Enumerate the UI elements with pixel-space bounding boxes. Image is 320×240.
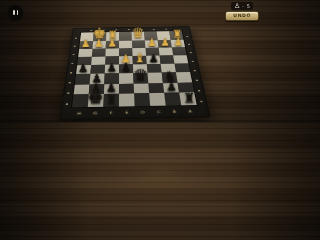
square-f3[interactable] xyxy=(105,48,119,56)
square-d2[interactable] xyxy=(132,40,145,48)
hud-right: ♙ - 5 UNDO xyxy=(225,2,259,21)
file-label-g: G xyxy=(87,111,103,116)
square-g4[interactable] xyxy=(91,57,106,66)
white-pawn: ♟ xyxy=(147,37,156,48)
square-e7[interactable] xyxy=(119,84,134,94)
square-a2[interactable]: ♟ xyxy=(170,40,184,48)
square-a8[interactable]: ♜ xyxy=(179,92,196,105)
square-h5[interactable]: ♟ xyxy=(76,65,91,74)
white-pawn: ♟ xyxy=(160,37,169,48)
white-bishop: ♝ xyxy=(133,51,145,64)
square-c2[interactable]: ♟ xyxy=(145,40,159,48)
white-pawn: ♟ xyxy=(107,38,117,49)
file-label-e: E xyxy=(118,110,134,115)
square-f2[interactable]: ♟ xyxy=(106,41,119,49)
square-e1[interactable] xyxy=(119,32,132,41)
white-pawn: ♟ xyxy=(94,38,104,49)
pawn-icon: ♙ xyxy=(234,3,240,10)
square-d7[interactable] xyxy=(133,83,148,93)
file-label-f: F xyxy=(102,111,118,116)
square-e8[interactable] xyxy=(119,93,135,106)
board-frame: ♚♜♛♜♟♟♟♟♟♟♟♝♟♟♟♟♟♛♞♟♟♟♚♜♜ HGFEDCBA xyxy=(58,26,210,120)
black-pawn: ♟ xyxy=(121,62,131,73)
square-d1[interactable]: ♛ xyxy=(131,32,144,41)
square-c7[interactable] xyxy=(148,83,164,93)
square-b4[interactable] xyxy=(159,55,174,63)
square-c4[interactable]: ♟ xyxy=(146,56,160,65)
square-c8[interactable] xyxy=(149,93,166,106)
square-f5[interactable]: ♟ xyxy=(105,65,119,74)
file-label-b: B xyxy=(166,109,182,114)
black-pawn: ♟ xyxy=(148,53,158,64)
square-h6[interactable] xyxy=(74,74,90,85)
square-a6[interactable] xyxy=(175,72,191,83)
black-king: ♚ xyxy=(87,89,103,107)
square-a3[interactable] xyxy=(171,47,186,55)
file-label-d: D xyxy=(134,110,150,115)
file-label-h: H xyxy=(71,111,87,116)
file-label-a: A xyxy=(181,109,198,114)
pause-icon xyxy=(13,10,15,16)
square-e5[interactable]: ♟ xyxy=(119,64,133,73)
file-label-c: C xyxy=(150,110,166,115)
square-g2[interactable]: ♟ xyxy=(92,41,106,49)
pause-icon xyxy=(17,10,19,16)
pause-button[interactable] xyxy=(8,5,23,20)
square-h2[interactable]: ♟ xyxy=(79,41,93,49)
black-pawn: ♟ xyxy=(78,63,88,74)
black-pawn: ♟ xyxy=(166,81,177,93)
square-f8[interactable]: ♜ xyxy=(103,94,119,107)
square-d6[interactable]: ♛ xyxy=(133,73,148,84)
black-queen: ♛ xyxy=(133,68,147,84)
black-rook: ♜ xyxy=(105,93,117,107)
square-a4[interactable] xyxy=(173,55,188,63)
white-pawn: ♟ xyxy=(80,38,90,49)
square-b7[interactable]: ♟ xyxy=(163,83,179,93)
square-b3[interactable] xyxy=(158,48,172,56)
square-h3[interactable] xyxy=(78,49,92,57)
chess-board: ♚♜♛♜♟♟♟♟♟♟♟♝♟♟♟♟♟♛♞♟♟♟♚♜♜ HGFEDCBA xyxy=(58,26,210,120)
square-e6[interactable] xyxy=(119,73,134,84)
white-queen: ♛ xyxy=(132,27,145,41)
score-text: - 5 xyxy=(242,3,250,9)
square-g3[interactable] xyxy=(91,49,105,57)
square-b2[interactable]: ♟ xyxy=(157,40,171,48)
black-rook: ♜ xyxy=(182,92,194,106)
undo-button[interactable]: UNDO xyxy=(225,11,259,21)
captured-score-badge: ♙ - 5 xyxy=(231,2,253,10)
square-b8[interactable] xyxy=(164,93,181,106)
file-labels: HGFEDCBA xyxy=(70,108,198,116)
square-c5[interactable] xyxy=(146,64,161,73)
square-d4[interactable]: ♝ xyxy=(132,56,146,65)
square-d8[interactable] xyxy=(134,93,150,106)
square-g8[interactable]: ♚ xyxy=(87,94,104,107)
white-pawn: ♟ xyxy=(173,37,182,48)
square-c6[interactable] xyxy=(147,73,162,84)
board-grid: ♚♜♛♜♟♟♟♟♟♟♟♝♟♟♟♟♟♛♞♟♟♟♚♜♜ xyxy=(72,31,197,107)
square-h8[interactable] xyxy=(72,94,89,107)
black-pawn: ♟ xyxy=(106,62,116,73)
